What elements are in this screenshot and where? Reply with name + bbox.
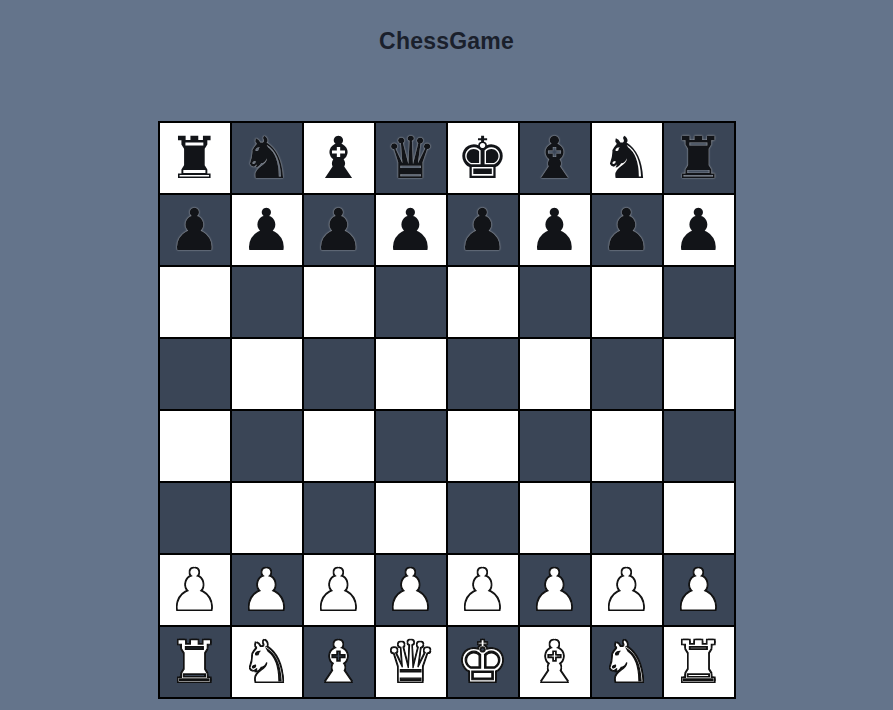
square-c1[interactable]: ♝ — [304, 627, 374, 697]
square-g2[interactable]: ♟ — [592, 555, 662, 625]
square-a3[interactable] — [160, 483, 230, 553]
square-b7[interactable]: ♟ — [232, 195, 302, 265]
piece-black-pawn[interactable]: ♟ — [601, 195, 653, 265]
piece-black-pawn[interactable]: ♟ — [385, 195, 437, 265]
square-a7[interactable]: ♟ — [160, 195, 230, 265]
square-a1[interactable]: ♜ — [160, 627, 230, 697]
piece-white-knight[interactable]: ♞ — [601, 627, 653, 697]
square-e7[interactable]: ♟ — [448, 195, 518, 265]
square-f8[interactable]: ♝ — [520, 123, 590, 193]
square-b3[interactable] — [232, 483, 302, 553]
square-d6[interactable] — [376, 267, 446, 337]
piece-white-pawn[interactable]: ♟ — [457, 555, 509, 625]
piece-white-pawn[interactable]: ♟ — [601, 555, 653, 625]
piece-black-bishop[interactable]: ♝ — [313, 123, 365, 193]
square-d8[interactable]: ♛ — [376, 123, 446, 193]
square-b1[interactable]: ♞ — [232, 627, 302, 697]
square-e5[interactable] — [448, 339, 518, 409]
piece-white-pawn[interactable]: ♟ — [313, 555, 365, 625]
piece-white-knight[interactable]: ♞ — [241, 627, 293, 697]
square-b5[interactable] — [232, 339, 302, 409]
square-d7[interactable]: ♟ — [376, 195, 446, 265]
square-b2[interactable]: ♟ — [232, 555, 302, 625]
piece-black-king[interactable]: ♚ — [457, 123, 509, 193]
square-e1[interactable]: ♚ — [448, 627, 518, 697]
piece-white-queen[interactable]: ♛ — [385, 627, 437, 697]
piece-white-pawn[interactable]: ♟ — [241, 555, 293, 625]
piece-black-queen[interactable]: ♛ — [385, 123, 437, 193]
square-g8[interactable]: ♞ — [592, 123, 662, 193]
piece-white-pawn[interactable]: ♟ — [385, 555, 437, 625]
square-c4[interactable] — [304, 411, 374, 481]
square-c2[interactable]: ♟ — [304, 555, 374, 625]
piece-black-knight[interactable]: ♞ — [601, 123, 653, 193]
square-f7[interactable]: ♟ — [520, 195, 590, 265]
piece-black-rook[interactable]: ♜ — [673, 123, 725, 193]
square-f4[interactable] — [520, 411, 590, 481]
square-h7[interactable]: ♟ — [664, 195, 734, 265]
square-f5[interactable] — [520, 339, 590, 409]
square-b8[interactable]: ♞ — [232, 123, 302, 193]
square-g6[interactable] — [592, 267, 662, 337]
piece-white-bishop[interactable]: ♝ — [529, 627, 581, 697]
square-f3[interactable] — [520, 483, 590, 553]
square-g1[interactable]: ♞ — [592, 627, 662, 697]
square-c3[interactable] — [304, 483, 374, 553]
square-d2[interactable]: ♟ — [376, 555, 446, 625]
piece-black-pawn[interactable]: ♟ — [313, 195, 365, 265]
piece-black-pawn[interactable]: ♟ — [169, 195, 221, 265]
piece-black-pawn[interactable]: ♟ — [457, 195, 509, 265]
square-f2[interactable]: ♟ — [520, 555, 590, 625]
square-b4[interactable] — [232, 411, 302, 481]
square-g7[interactable]: ♟ — [592, 195, 662, 265]
square-c8[interactable]: ♝ — [304, 123, 374, 193]
square-a4[interactable] — [160, 411, 230, 481]
square-e3[interactable] — [448, 483, 518, 553]
square-h6[interactable] — [664, 267, 734, 337]
square-h4[interactable] — [664, 411, 734, 481]
square-h3[interactable] — [664, 483, 734, 553]
piece-black-pawn[interactable]: ♟ — [241, 195, 293, 265]
chess-board: ♜♞♝♛♚♝♞♜♟♟♟♟♟♟♟♟♟♟♟♟♟♟♟♟♜♞♝♛♚♝♞♜ — [158, 121, 736, 699]
square-d5[interactable] — [376, 339, 446, 409]
piece-white-pawn[interactable]: ♟ — [529, 555, 581, 625]
square-e4[interactable] — [448, 411, 518, 481]
square-h8[interactable]: ♜ — [664, 123, 734, 193]
square-g3[interactable] — [592, 483, 662, 553]
piece-black-pawn[interactable]: ♟ — [529, 195, 581, 265]
square-d1[interactable]: ♛ — [376, 627, 446, 697]
piece-white-rook[interactable]: ♜ — [169, 627, 221, 697]
square-e6[interactable] — [448, 267, 518, 337]
square-d3[interactable] — [376, 483, 446, 553]
piece-white-pawn[interactable]: ♟ — [673, 555, 725, 625]
square-h1[interactable]: ♜ — [664, 627, 734, 697]
square-a8[interactable]: ♜ — [160, 123, 230, 193]
square-a6[interactable] — [160, 267, 230, 337]
piece-black-rook[interactable]: ♜ — [169, 123, 221, 193]
piece-black-knight[interactable]: ♞ — [241, 123, 293, 193]
piece-black-pawn[interactable]: ♟ — [673, 195, 725, 265]
square-d4[interactable] — [376, 411, 446, 481]
square-g4[interactable] — [592, 411, 662, 481]
piece-black-bishop[interactable]: ♝ — [529, 123, 581, 193]
square-g5[interactable] — [592, 339, 662, 409]
square-h2[interactable]: ♟ — [664, 555, 734, 625]
page-title: ChessGame — [0, 28, 893, 55]
piece-white-bishop[interactable]: ♝ — [313, 627, 365, 697]
piece-white-pawn[interactable]: ♟ — [169, 555, 221, 625]
piece-white-king[interactable]: ♚ — [457, 627, 509, 697]
square-a5[interactable] — [160, 339, 230, 409]
square-e8[interactable]: ♚ — [448, 123, 518, 193]
square-e2[interactable]: ♟ — [448, 555, 518, 625]
square-h5[interactable] — [664, 339, 734, 409]
piece-white-rook[interactable]: ♜ — [673, 627, 725, 697]
square-b6[interactable] — [232, 267, 302, 337]
square-a2[interactable]: ♟ — [160, 555, 230, 625]
square-c7[interactable]: ♟ — [304, 195, 374, 265]
square-c5[interactable] — [304, 339, 374, 409]
square-f1[interactable]: ♝ — [520, 627, 590, 697]
square-f6[interactable] — [520, 267, 590, 337]
square-c6[interactable] — [304, 267, 374, 337]
